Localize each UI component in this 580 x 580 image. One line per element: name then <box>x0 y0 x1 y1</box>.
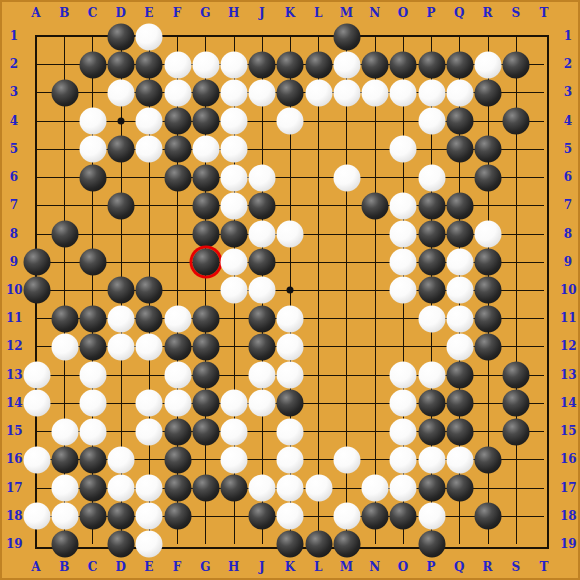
intersection-Q18[interactable] <box>445 502 473 530</box>
white-stone[interactable] <box>305 475 332 502</box>
white-stone[interactable] <box>192 136 219 163</box>
black-stone[interactable] <box>475 305 502 332</box>
intersection-M15[interactable] <box>332 417 360 445</box>
intersection-D13[interactable] <box>107 361 135 389</box>
intersection-N19[interactable] <box>361 530 389 558</box>
black-stone[interactable] <box>418 249 445 276</box>
intersection-K6[interactable] <box>276 163 304 191</box>
intersection-H18[interactable] <box>220 502 248 530</box>
white-stone[interactable] <box>277 333 304 360</box>
black-stone[interactable] <box>164 108 191 135</box>
black-stone[interactable] <box>418 221 445 248</box>
black-stone[interactable] <box>79 446 106 473</box>
intersection-B4[interactable] <box>50 107 78 135</box>
black-stone[interactable] <box>164 475 191 502</box>
intersection-C19[interactable] <box>78 530 106 558</box>
intersection-L10[interactable] <box>304 276 332 304</box>
black-stone[interactable] <box>249 503 276 530</box>
intersection-N8[interactable] <box>361 220 389 248</box>
white-stone[interactable] <box>418 164 445 191</box>
intersection-H19[interactable] <box>220 530 248 558</box>
intersection-T8[interactable] <box>530 220 558 248</box>
intersection-A1[interactable] <box>22 22 50 50</box>
intersection-N1[interactable] <box>361 22 389 50</box>
white-stone[interactable] <box>108 333 135 360</box>
black-stone[interactable] <box>23 277 50 304</box>
white-stone[interactable] <box>79 390 106 417</box>
white-stone[interactable] <box>79 418 106 445</box>
black-stone[interactable] <box>249 305 276 332</box>
black-stone[interactable] <box>51 446 78 473</box>
white-stone[interactable] <box>221 390 248 417</box>
black-stone[interactable] <box>136 277 163 304</box>
intersection-O6[interactable] <box>389 163 417 191</box>
black-stone[interactable] <box>362 503 389 530</box>
intersection-D9[interactable] <box>107 248 135 276</box>
white-stone[interactable] <box>277 503 304 530</box>
black-stone[interactable] <box>418 390 445 417</box>
intersection-M9[interactable] <box>332 248 360 276</box>
intersection-S12[interactable] <box>502 332 530 360</box>
intersection-A15[interactable] <box>22 417 50 445</box>
intersection-Q6[interactable] <box>445 163 473 191</box>
white-stone[interactable] <box>446 305 473 332</box>
black-stone[interactable] <box>418 418 445 445</box>
white-stone[interactable] <box>333 446 360 473</box>
intersection-S16[interactable] <box>502 445 530 473</box>
white-stone[interactable] <box>221 249 248 276</box>
white-stone[interactable] <box>418 108 445 135</box>
intersection-B6[interactable] <box>50 163 78 191</box>
white-stone[interactable] <box>108 79 135 106</box>
white-stone[interactable] <box>418 446 445 473</box>
white-stone[interactable] <box>108 446 135 473</box>
intersection-T16[interactable] <box>530 445 558 473</box>
black-stone[interactable] <box>192 390 219 417</box>
white-stone[interactable] <box>390 192 417 219</box>
black-stone[interactable] <box>108 277 135 304</box>
intersection-K1[interactable] <box>276 22 304 50</box>
intersection-M13[interactable] <box>332 361 360 389</box>
white-stone[interactable] <box>221 51 248 78</box>
white-stone[interactable] <box>164 79 191 106</box>
intersection-H1[interactable] <box>220 22 248 50</box>
black-stone[interactable] <box>503 108 530 135</box>
intersection-G16[interactable] <box>191 445 219 473</box>
white-stone[interactable] <box>390 136 417 163</box>
intersection-G10[interactable] <box>191 276 219 304</box>
black-stone[interactable] <box>164 446 191 473</box>
intersection-J1[interactable] <box>248 22 276 50</box>
white-stone[interactable] <box>51 475 78 502</box>
intersection-T10[interactable] <box>530 276 558 304</box>
intersection-D14[interactable] <box>107 389 135 417</box>
intersection-T9[interactable] <box>530 248 558 276</box>
white-stone[interactable] <box>305 79 332 106</box>
intersection-B9[interactable] <box>50 248 78 276</box>
white-stone[interactable] <box>333 503 360 530</box>
intersection-O19[interactable] <box>389 530 417 558</box>
intersection-B5[interactable] <box>50 135 78 163</box>
black-stone[interactable] <box>446 51 473 78</box>
black-stone[interactable] <box>446 362 473 389</box>
intersection-C10[interactable] <box>78 276 106 304</box>
intersection-B10[interactable] <box>50 276 78 304</box>
white-stone[interactable] <box>277 475 304 502</box>
intersection-J15[interactable] <box>248 417 276 445</box>
intersection-L7[interactable] <box>304 191 332 219</box>
white-stone[interactable] <box>221 136 248 163</box>
black-stone[interactable] <box>164 333 191 360</box>
intersection-D15[interactable] <box>107 417 135 445</box>
white-stone[interactable] <box>446 333 473 360</box>
white-stone[interactable] <box>221 277 248 304</box>
white-stone[interactable] <box>277 418 304 445</box>
black-stone[interactable] <box>503 390 530 417</box>
white-stone[interactable] <box>79 108 106 135</box>
intersection-E6[interactable] <box>135 163 163 191</box>
intersection-O11[interactable] <box>389 304 417 332</box>
intersection-E13[interactable] <box>135 361 163 389</box>
black-stone[interactable] <box>192 418 219 445</box>
intersection-H13[interactable] <box>220 361 248 389</box>
white-stone[interactable] <box>362 475 389 502</box>
black-stone[interactable] <box>277 51 304 78</box>
intersection-S19[interactable] <box>502 530 530 558</box>
white-stone[interactable] <box>390 418 417 445</box>
black-stone[interactable] <box>136 51 163 78</box>
white-stone[interactable] <box>249 221 276 248</box>
intersection-Q1[interactable] <box>445 22 473 50</box>
white-stone[interactable] <box>446 249 473 276</box>
intersection-F10[interactable] <box>163 276 191 304</box>
white-stone[interactable] <box>108 305 135 332</box>
black-stone[interactable] <box>23 249 50 276</box>
intersection-M10[interactable] <box>332 276 360 304</box>
intersection-A2[interactable] <box>22 50 50 78</box>
black-stone[interactable] <box>446 221 473 248</box>
intersection-T12[interactable] <box>530 332 558 360</box>
black-stone[interactable] <box>108 23 135 50</box>
black-stone[interactable] <box>192 362 219 389</box>
white-stone[interactable] <box>136 23 163 50</box>
white-stone[interactable] <box>390 79 417 106</box>
black-stone[interactable] <box>192 221 219 248</box>
intersection-N14[interactable] <box>361 389 389 417</box>
intersection-S7[interactable] <box>502 191 530 219</box>
black-stone[interactable] <box>503 362 530 389</box>
intersection-A3[interactable] <box>22 78 50 106</box>
intersection-A5[interactable] <box>22 135 50 163</box>
white-stone[interactable] <box>333 164 360 191</box>
intersection-S10[interactable] <box>502 276 530 304</box>
intersection-T13[interactable] <box>530 361 558 389</box>
white-stone[interactable] <box>164 390 191 417</box>
black-stone[interactable] <box>221 221 248 248</box>
intersection-L16[interactable] <box>304 445 332 473</box>
white-stone[interactable] <box>446 446 473 473</box>
black-stone[interactable] <box>108 503 135 530</box>
white-stone[interactable] <box>136 108 163 135</box>
intersection-N16[interactable] <box>361 445 389 473</box>
white-stone[interactable] <box>277 446 304 473</box>
black-stone[interactable] <box>418 531 445 558</box>
white-stone[interactable] <box>192 51 219 78</box>
intersection-H11[interactable] <box>220 304 248 332</box>
intersection-T5[interactable] <box>530 135 558 163</box>
intersection-J4[interactable] <box>248 107 276 135</box>
black-stone[interactable] <box>79 51 106 78</box>
intersection-T19[interactable] <box>530 530 558 558</box>
white-stone[interactable] <box>136 503 163 530</box>
intersection-G19[interactable] <box>191 530 219 558</box>
intersection-T7[interactable] <box>530 191 558 219</box>
intersection-A4[interactable] <box>22 107 50 135</box>
black-stone[interactable] <box>418 51 445 78</box>
black-stone-last-move[interactable] <box>192 249 219 276</box>
intersection-A6[interactable] <box>22 163 50 191</box>
intersection-K5[interactable] <box>276 135 304 163</box>
intersection-D8[interactable] <box>107 220 135 248</box>
black-stone[interactable] <box>164 503 191 530</box>
intersection-M12[interactable] <box>332 332 360 360</box>
intersection-L18[interactable] <box>304 502 332 530</box>
intersection-Q19[interactable] <box>445 530 473 558</box>
intersection-J5[interactable] <box>248 135 276 163</box>
black-stone[interactable] <box>192 192 219 219</box>
intersection-D4[interactable] <box>107 107 135 135</box>
intersection-F1[interactable] <box>163 22 191 50</box>
black-stone[interactable] <box>418 475 445 502</box>
black-stone[interactable] <box>418 277 445 304</box>
intersection-B2[interactable] <box>50 50 78 78</box>
white-stone[interactable] <box>277 108 304 135</box>
black-stone[interactable] <box>362 192 389 219</box>
black-stone[interactable] <box>79 164 106 191</box>
black-stone[interactable] <box>475 446 502 473</box>
white-stone[interactable] <box>164 305 191 332</box>
intersection-L6[interactable] <box>304 163 332 191</box>
white-stone[interactable] <box>23 503 50 530</box>
black-stone[interactable] <box>79 305 106 332</box>
intersection-M14[interactable] <box>332 389 360 417</box>
white-stone[interactable] <box>221 446 248 473</box>
intersection-M5[interactable] <box>332 135 360 163</box>
intersection-B7[interactable] <box>50 191 78 219</box>
intersection-T15[interactable] <box>530 417 558 445</box>
intersection-G18[interactable] <box>191 502 219 530</box>
white-stone[interactable] <box>475 51 502 78</box>
intersection-D6[interactable] <box>107 163 135 191</box>
intersection-L4[interactable] <box>304 107 332 135</box>
intersection-N10[interactable] <box>361 276 389 304</box>
intersection-R7[interactable] <box>474 191 502 219</box>
intersection-R15[interactable] <box>474 417 502 445</box>
intersection-S11[interactable] <box>502 304 530 332</box>
black-stone[interactable] <box>362 51 389 78</box>
intersection-A8[interactable] <box>22 220 50 248</box>
white-stone[interactable] <box>221 108 248 135</box>
white-stone[interactable] <box>277 305 304 332</box>
white-stone[interactable] <box>249 277 276 304</box>
intersection-R4[interactable] <box>474 107 502 135</box>
white-stone[interactable] <box>418 362 445 389</box>
black-stone[interactable] <box>390 51 417 78</box>
intersection-R19[interactable] <box>474 530 502 558</box>
black-stone[interactable] <box>305 531 332 558</box>
black-stone[interactable] <box>418 192 445 219</box>
intersection-M4[interactable] <box>332 107 360 135</box>
black-stone[interactable] <box>221 475 248 502</box>
white-stone[interactable] <box>418 305 445 332</box>
intersection-A7[interactable] <box>22 191 50 219</box>
black-stone[interactable] <box>79 249 106 276</box>
black-stone[interactable] <box>503 418 530 445</box>
intersection-R1[interactable] <box>474 22 502 50</box>
white-stone[interactable] <box>390 390 417 417</box>
intersection-M7[interactable] <box>332 191 360 219</box>
black-stone[interactable] <box>249 333 276 360</box>
black-stone[interactable] <box>136 79 163 106</box>
white-stone[interactable] <box>23 362 50 389</box>
intersection-K7[interactable] <box>276 191 304 219</box>
white-stone[interactable] <box>390 221 417 248</box>
white-stone[interactable] <box>475 221 502 248</box>
intersection-F8[interactable] <box>163 220 191 248</box>
black-stone[interactable] <box>136 305 163 332</box>
white-stone[interactable] <box>249 390 276 417</box>
white-stone[interactable] <box>221 418 248 445</box>
black-stone[interactable] <box>305 51 332 78</box>
black-stone[interactable] <box>192 333 219 360</box>
intersection-T18[interactable] <box>530 502 558 530</box>
black-stone[interactable] <box>475 249 502 276</box>
black-stone[interactable] <box>108 192 135 219</box>
intersection-K10[interactable] <box>276 276 304 304</box>
black-stone[interactable] <box>475 79 502 106</box>
black-stone[interactable] <box>446 192 473 219</box>
intersection-B14[interactable] <box>50 389 78 417</box>
intersection-B1[interactable] <box>50 22 78 50</box>
white-stone[interactable] <box>390 475 417 502</box>
black-stone[interactable] <box>475 333 502 360</box>
white-stone[interactable] <box>277 221 304 248</box>
black-stone[interactable] <box>333 23 360 50</box>
intersection-M11[interactable] <box>332 304 360 332</box>
intersection-A11[interactable] <box>22 304 50 332</box>
intersection-C7[interactable] <box>78 191 106 219</box>
go-board[interactable] <box>2 2 578 578</box>
intersection-F19[interactable] <box>163 530 191 558</box>
intersection-K9[interactable] <box>276 248 304 276</box>
black-stone[interactable] <box>108 51 135 78</box>
black-stone[interactable] <box>192 108 219 135</box>
white-stone[interactable] <box>221 164 248 191</box>
white-stone[interactable] <box>390 362 417 389</box>
intersection-O12[interactable] <box>389 332 417 360</box>
white-stone[interactable] <box>390 277 417 304</box>
intersection-S6[interactable] <box>502 163 530 191</box>
black-stone[interactable] <box>475 164 502 191</box>
intersection-M17[interactable] <box>332 474 360 502</box>
intersection-E9[interactable] <box>135 248 163 276</box>
white-stone[interactable] <box>249 164 276 191</box>
white-stone[interactable] <box>390 446 417 473</box>
black-stone[interactable] <box>277 390 304 417</box>
intersection-J19[interactable] <box>248 530 276 558</box>
black-stone[interactable] <box>79 475 106 502</box>
intersection-L8[interactable] <box>304 220 332 248</box>
black-stone[interactable] <box>277 531 304 558</box>
white-stone[interactable] <box>79 136 106 163</box>
intersection-F7[interactable] <box>163 191 191 219</box>
white-stone[interactable] <box>79 362 106 389</box>
intersection-N5[interactable] <box>361 135 389 163</box>
black-stone[interactable] <box>277 79 304 106</box>
black-stone[interactable] <box>475 136 502 163</box>
black-stone[interactable] <box>192 79 219 106</box>
intersection-T11[interactable] <box>530 304 558 332</box>
white-stone[interactable] <box>249 475 276 502</box>
intersection-L9[interactable] <box>304 248 332 276</box>
intersection-S9[interactable] <box>502 248 530 276</box>
intersection-S8[interactable] <box>502 220 530 248</box>
intersection-T2[interactable] <box>530 50 558 78</box>
intersection-R17[interactable] <box>474 474 502 502</box>
black-stone[interactable] <box>446 475 473 502</box>
intersection-T1[interactable] <box>530 22 558 50</box>
intersection-F9[interactable] <box>163 248 191 276</box>
intersection-P5[interactable] <box>417 135 445 163</box>
intersection-T6[interactable] <box>530 163 558 191</box>
intersection-O4[interactable] <box>389 107 417 135</box>
white-stone[interactable] <box>333 79 360 106</box>
white-stone[interactable] <box>221 79 248 106</box>
intersection-S17[interactable] <box>502 474 530 502</box>
black-stone[interactable] <box>192 164 219 191</box>
intersection-A17[interactable] <box>22 474 50 502</box>
intersection-L15[interactable] <box>304 417 332 445</box>
white-stone[interactable] <box>164 362 191 389</box>
black-stone[interactable] <box>51 79 78 106</box>
white-stone[interactable] <box>108 475 135 502</box>
black-stone[interactable] <box>51 221 78 248</box>
black-stone[interactable] <box>446 418 473 445</box>
intersection-L11[interactable] <box>304 304 332 332</box>
black-stone[interactable] <box>446 136 473 163</box>
intersection-C8[interactable] <box>78 220 106 248</box>
black-stone[interactable] <box>164 136 191 163</box>
intersection-M8[interactable] <box>332 220 360 248</box>
intersection-C1[interactable] <box>78 22 106 50</box>
black-stone[interactable] <box>164 418 191 445</box>
black-stone[interactable] <box>164 164 191 191</box>
intersection-N12[interactable] <box>361 332 389 360</box>
intersection-L5[interactable] <box>304 135 332 163</box>
black-stone[interactable] <box>475 277 502 304</box>
black-stone[interactable] <box>446 390 473 417</box>
white-stone[interactable] <box>418 503 445 530</box>
white-stone[interactable] <box>51 503 78 530</box>
intersection-P12[interactable] <box>417 332 445 360</box>
intersection-O1[interactable] <box>389 22 417 50</box>
white-stone[interactable] <box>23 446 50 473</box>
black-stone[interactable] <box>503 51 530 78</box>
white-stone[interactable] <box>446 277 473 304</box>
intersection-T4[interactable] <box>530 107 558 135</box>
black-stone[interactable] <box>249 249 276 276</box>
white-stone[interactable] <box>277 362 304 389</box>
